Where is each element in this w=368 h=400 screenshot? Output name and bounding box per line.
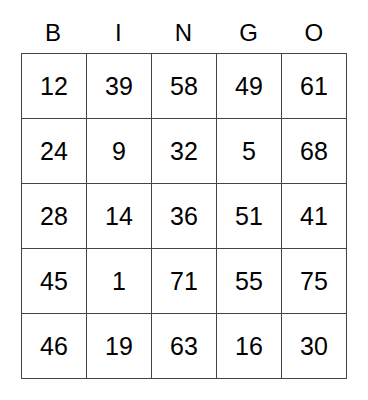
bingo-cell-r1-c2[interactable]: 32 (152, 119, 217, 184)
header-letter-b: B (21, 21, 86, 53)
header-letter-n: N (151, 21, 216, 53)
bingo-header: B I N G O (21, 0, 347, 53)
bingo-cell-r2-c4[interactable]: 41 (282, 184, 347, 249)
bingo-cell-r0-c3[interactable]: 49 (217, 54, 282, 119)
bingo-cell-r1-c3[interactable]: 5 (217, 119, 282, 184)
bingo-cell-r2-c1[interactable]: 14 (87, 184, 152, 249)
bingo-cell-r3-c2[interactable]: 71 (152, 249, 217, 314)
bingo-cell-r4-c1[interactable]: 19 (87, 314, 152, 379)
header-letter-o: O (282, 21, 347, 53)
bingo-cell-r4-c4[interactable]: 30 (282, 314, 347, 379)
bingo-cell-r4-c2[interactable]: 63 (152, 314, 217, 379)
bingo-cell-r3-c0[interactable]: 45 (22, 249, 87, 314)
bingo-cell-r3-c4[interactable]: 75 (282, 249, 347, 314)
bingo-card: B I N G O 12 39 58 49 61 24 9 32 5 68 28… (21, 0, 347, 379)
bingo-cell-r3-c3[interactable]: 55 (217, 249, 282, 314)
bingo-cell-r2-c2[interactable]: 36 (152, 184, 217, 249)
bingo-cell-r2-c3[interactable]: 51 (217, 184, 282, 249)
bingo-cell-r0-c4[interactable]: 61 (282, 54, 347, 119)
bingo-cell-r2-c0[interactable]: 28 (22, 184, 87, 249)
bingo-cell-r0-c1[interactable]: 39 (87, 54, 152, 119)
bingo-cell-r1-c4[interactable]: 68 (282, 119, 347, 184)
bingo-cell-r0-c2[interactable]: 58 (152, 54, 217, 119)
bingo-cell-r0-c0[interactable]: 12 (22, 54, 87, 119)
header-letter-g: G (217, 21, 282, 53)
bingo-cell-r4-c0[interactable]: 46 (22, 314, 87, 379)
bingo-cell-r1-c0[interactable]: 24 (22, 119, 87, 184)
bingo-cell-r1-c1[interactable]: 9 (87, 119, 152, 184)
header-letter-i: I (86, 21, 151, 53)
bingo-grid: 12 39 58 49 61 24 9 32 5 68 28 14 36 51 … (21, 53, 347, 379)
bingo-cell-r4-c3[interactable]: 16 (217, 314, 282, 379)
bingo-cell-r3-c1[interactable]: 1 (87, 249, 152, 314)
